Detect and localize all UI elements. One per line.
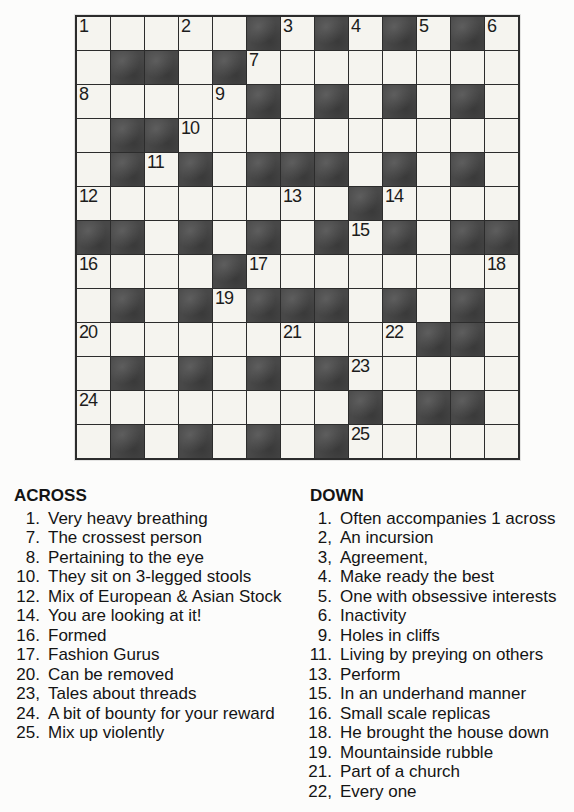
cell-r12c8[interactable] (315, 391, 348, 424)
clue-text: Fashion Gurus (48, 645, 160, 665)
down-clue-11: 11.Living by preying on others (306, 645, 556, 665)
block-cell-r13c2 (111, 425, 144, 458)
cell-r5c1[interactable] (77, 153, 110, 186)
clue-number: 23, (14, 684, 40, 704)
clue-number: 20. (14, 665, 40, 685)
cell-r1c7[interactable]: 3 (281, 17, 314, 50)
cell-r4c10[interactable] (383, 119, 416, 152)
cell-r1c1[interactable]: 1 (77, 17, 110, 50)
cell-r11c1[interactable] (77, 357, 110, 390)
cell-r11c11[interactable] (417, 357, 450, 390)
block-cell-r9c12 (451, 289, 484, 322)
cell-number-14: 14 (385, 187, 403, 206)
cell-r1c2[interactable] (111, 17, 144, 50)
cell-r12c5[interactable] (213, 391, 246, 424)
down-clue-4: 4.Make ready the best (306, 567, 556, 587)
crossword-page: 1234567891011121314151617181920212223242… (0, 0, 574, 812)
clue-number: 15. (306, 684, 332, 704)
block-cell-r9c7 (281, 289, 314, 322)
cell-r3c5[interactable]: 9 (213, 85, 246, 118)
cell-r12c1[interactable]: 24 (77, 391, 110, 424)
cell-r3c3[interactable] (145, 85, 178, 118)
cell-number-5: 5 (419, 17, 428, 36)
cell-r12c3[interactable] (145, 391, 178, 424)
cell-number-24: 24 (79, 391, 97, 410)
block-cell-r7c13 (485, 221, 518, 254)
cell-r6c13[interactable] (485, 187, 518, 220)
across-section: ACROSS 1.Very heavy breathing7.The cross… (14, 486, 281, 743)
cell-r2c8[interactable] (315, 51, 348, 84)
clue-number: 8. (14, 548, 40, 568)
cell-r4c13[interactable] (485, 119, 518, 152)
block-cell-r5c2 (111, 153, 144, 186)
cell-r5c5[interactable] (213, 153, 246, 186)
down-clue-9: 9.Holes in cliffs (306, 626, 556, 646)
cell-r8c10[interactable] (383, 255, 416, 288)
cell-number-25: 25 (351, 425, 369, 444)
clue-number: 16. (306, 704, 332, 724)
clue-text: He brought the house down (340, 723, 549, 743)
cell-r7c7[interactable] (281, 221, 314, 254)
cell-number-23: 23 (351, 357, 369, 376)
clue-number: 1. (306, 509, 332, 529)
clue-text: Living by preying on others (340, 645, 543, 665)
block-cell-r10c12 (451, 323, 484, 356)
cell-r3c4[interactable] (179, 85, 212, 118)
cell-r7c9[interactable]: 15 (349, 221, 382, 254)
block-cell-r7c4 (179, 221, 212, 254)
block-cell-r2c3 (145, 51, 178, 84)
cell-r10c7[interactable]: 21 (281, 323, 314, 356)
cell-r6c11[interactable] (417, 187, 450, 220)
cell-r13c7[interactable] (281, 425, 314, 458)
cell-r4c12[interactable] (451, 119, 484, 152)
cell-r5c9[interactable] (349, 153, 382, 186)
cell-r12c13[interactable] (485, 391, 518, 424)
across-clue-12: 12.Mix of European & Asian Stock (14, 587, 281, 607)
cell-number-18: 18 (487, 255, 505, 274)
down-section: DOWN 1.Often accompanies 1 across2,An in… (306, 486, 556, 801)
cell-r6c4[interactable] (179, 187, 212, 220)
cell-r2c10[interactable] (383, 51, 416, 84)
block-cell-r1c12 (451, 17, 484, 50)
clue-number: 13. (306, 665, 332, 685)
cell-r2c12[interactable] (451, 51, 484, 84)
cell-number-6: 6 (487, 17, 496, 36)
cell-r1c11[interactable]: 5 (417, 17, 450, 50)
block-cell-r1c10 (383, 17, 416, 50)
clue-number: 22, (306, 782, 332, 802)
block-cell-r6c9 (349, 187, 382, 220)
block-cell-r12c9 (349, 391, 382, 424)
clue-text: An incursion (340, 528, 434, 548)
cell-number-12: 12 (79, 187, 97, 206)
cell-r8c11[interactable] (417, 255, 450, 288)
down-clue-3: 3,Agreement, (306, 548, 556, 568)
cell-r13c9[interactable]: 25 (349, 425, 382, 458)
down-clue-1: 1.Often accompanies 1 across (306, 509, 556, 529)
cell-r3c9[interactable] (349, 85, 382, 118)
across-clue-14: 14.You are looking at it! (14, 606, 281, 626)
cell-r11c9[interactable]: 23 (349, 357, 382, 390)
clue-number: 4. (306, 567, 332, 587)
block-cell-r13c4 (179, 425, 212, 458)
across-header: ACROSS (14, 486, 281, 506)
block-cell-r7c8 (315, 221, 348, 254)
clue-number: 2, (306, 528, 332, 548)
clue-number: 1. (14, 509, 40, 529)
cell-r12c7[interactable] (281, 391, 314, 424)
block-cell-r11c2 (111, 357, 144, 390)
across-clue-1: 1.Very heavy breathing (14, 509, 281, 529)
cell-r11c7[interactable] (281, 357, 314, 390)
across-clue-23: 23,Tales about threads (14, 684, 281, 704)
block-cell-r12c11 (417, 391, 450, 424)
block-cell-r11c8 (315, 357, 348, 390)
cell-number-17: 17 (249, 255, 267, 274)
cell-r8c13[interactable]: 18 (485, 255, 518, 288)
clue-number: 11. (306, 645, 332, 665)
block-cell-r3c6 (247, 85, 280, 118)
clue-text: Mountainside rubble (340, 743, 493, 763)
cell-r3c7[interactable] (281, 85, 314, 118)
clue-text: Every one (340, 782, 417, 802)
clue-text: Mix up violently (48, 723, 164, 743)
cell-r4c8[interactable] (315, 119, 348, 152)
cell-r10c5[interactable] (213, 323, 246, 356)
cell-r1c3[interactable] (145, 17, 178, 50)
cell-r11c12[interactable] (451, 357, 484, 390)
down-clue-16: 16.Small scale replicas (306, 704, 556, 724)
block-cell-r3c12 (451, 85, 484, 118)
block-cell-r5c7 (281, 153, 314, 186)
across-clue-17: 17.Fashion Gurus (14, 645, 281, 665)
across-clue-7: 7.The crossest person (14, 528, 281, 548)
block-cell-r7c6 (247, 221, 280, 254)
cell-number-21: 21 (283, 323, 301, 342)
cell-r13c5[interactable] (213, 425, 246, 458)
cell-r13c12[interactable] (451, 425, 484, 458)
cell-r6c1[interactable]: 12 (77, 187, 110, 220)
across-clue-16: 16.Formed (14, 626, 281, 646)
block-cell-r7c12 (451, 221, 484, 254)
cell-number-11: 11 (147, 153, 164, 172)
block-cell-r2c5 (213, 51, 246, 84)
clue-number: 17. (14, 645, 40, 665)
block-cell-r3c10 (383, 85, 416, 118)
clue-text: They sit on 3-legged stools (48, 567, 251, 587)
cell-r12c2[interactable] (111, 391, 144, 424)
cell-r4c5[interactable] (213, 119, 246, 152)
block-cell-r12c12 (451, 391, 484, 424)
cell-number-22: 22 (385, 323, 403, 342)
cell-r2c11[interactable] (417, 51, 450, 84)
clue-number: 12. (14, 587, 40, 607)
cell-r9c1[interactable] (77, 289, 110, 322)
block-cell-r5c12 (451, 153, 484, 186)
cell-number-16: 16 (79, 255, 97, 274)
down-clue-22: 22,Every one (306, 782, 556, 802)
block-cell-r7c2 (111, 221, 144, 254)
cell-r10c9[interactable] (349, 323, 382, 356)
across-clue-24: 24.A bit of bounty for your reward (14, 704, 281, 724)
cell-r9c3[interactable] (145, 289, 178, 322)
across-clue-10: 10.They sit on 3-legged stools (14, 567, 281, 587)
block-cell-r11c4 (179, 357, 212, 390)
cell-r10c2[interactable] (111, 323, 144, 356)
block-cell-r9c10 (383, 289, 416, 322)
block-cell-r7c10 (383, 221, 416, 254)
down-clue-6: 6.Inactivity (306, 606, 556, 626)
down-header: DOWN (306, 486, 556, 506)
cell-r12c6[interactable] (247, 391, 280, 424)
clue-text: Perform (340, 665, 400, 685)
clue-text: Agreement, (340, 548, 428, 568)
cell-r13c11[interactable] (417, 425, 450, 458)
cell-r6c3[interactable] (145, 187, 178, 220)
cell-r3c1[interactable]: 8 (77, 85, 110, 118)
clue-number: 14. (14, 606, 40, 626)
clue-text: Holes in cliffs (340, 626, 440, 646)
clue-text: Very heavy breathing (48, 509, 208, 529)
cell-number-9: 9 (215, 85, 224, 104)
cell-r4c1[interactable] (77, 119, 110, 152)
clue-number: 5. (306, 587, 332, 607)
clue-text: Often accompanies 1 across (340, 509, 555, 529)
cell-r10c4[interactable] (179, 323, 212, 356)
cell-r4c11[interactable] (417, 119, 450, 152)
cell-r13c1[interactable] (77, 425, 110, 458)
across-clue-25: 25.Mix up violently (14, 723, 281, 743)
cell-r6c8[interactable] (315, 187, 348, 220)
block-cell-r9c8 (315, 289, 348, 322)
cell-r6c6[interactable] (247, 187, 280, 220)
clue-number: 24. (14, 704, 40, 724)
clue-number: 16. (14, 626, 40, 646)
clue-text: Formed (48, 626, 107, 646)
cell-r11c3[interactable] (145, 357, 178, 390)
cell-r6c12[interactable] (451, 187, 484, 220)
cell-number-13: 13 (283, 187, 301, 206)
across-clue-20: 20.Can be removed (14, 665, 281, 685)
cell-number-20: 20 (79, 323, 97, 342)
cell-number-10: 10 (181, 119, 199, 138)
cell-number-4: 4 (351, 17, 360, 36)
cell-r10c8[interactable] (315, 323, 348, 356)
down-clue-2: 2,An incursion (306, 528, 556, 548)
clue-number: 25. (14, 723, 40, 743)
cell-r12c10[interactable] (383, 391, 416, 424)
cell-r7c11[interactable] (417, 221, 450, 254)
cell-r7c3[interactable] (145, 221, 178, 254)
cell-r9c9[interactable] (349, 289, 382, 322)
clue-text: In an underhand manner (340, 684, 526, 704)
clue-text: A bit of bounty for your reward (48, 704, 275, 724)
down-clue-13: 13.Perform (306, 665, 556, 685)
block-cell-r4c2 (111, 119, 144, 152)
cell-r13c3[interactable] (145, 425, 178, 458)
cell-r2c1[interactable] (77, 51, 110, 84)
cell-r3c13[interactable] (485, 85, 518, 118)
clue-text: Mix of European & Asian Stock (48, 587, 281, 607)
down-list: 1.Often accompanies 1 across2,An incursi… (306, 509, 556, 802)
cell-r10c6[interactable] (247, 323, 280, 356)
clue-text: You are looking at it! (48, 606, 201, 626)
cell-r6c2[interactable] (111, 187, 144, 220)
cell-r1c4[interactable]: 2 (179, 17, 212, 50)
cell-r2c9[interactable] (349, 51, 382, 84)
block-cell-r7c1 (77, 221, 110, 254)
clue-number: 7. (14, 528, 40, 548)
cell-r1c9[interactable]: 4 (349, 17, 382, 50)
clue-number: 18. (306, 723, 332, 743)
clue-text: Can be removed (48, 665, 174, 685)
block-cell-r9c6 (247, 289, 280, 322)
cell-r6c7[interactable]: 13 (281, 187, 314, 220)
clue-text: The crossest person (48, 528, 202, 548)
cell-r8c9[interactable] (349, 255, 382, 288)
cell-r12c4[interactable] (179, 391, 212, 424)
cell-number-2: 2 (181, 17, 190, 36)
block-cell-r1c6 (247, 17, 280, 50)
clue-text: Inactivity (340, 606, 406, 626)
block-cell-r11c6 (247, 357, 280, 390)
cell-r5c3[interactable]: 11 (145, 153, 178, 186)
crossword-grid: 1234567891011121314151617181920212223242… (75, 15, 520, 460)
down-clue-18: 18.He brought the house down (306, 723, 556, 743)
across-clue-8: 8.Pertaining to the eye (14, 548, 281, 568)
clue-number: 21. (306, 762, 332, 782)
cell-r10c3[interactable] (145, 323, 178, 356)
cell-r2c7[interactable] (281, 51, 314, 84)
clue-text: Part of a church (340, 762, 460, 782)
clue-text: One with obsessive interests (340, 587, 556, 607)
clue-number: 10. (14, 567, 40, 587)
cell-r6c5[interactable] (213, 187, 246, 220)
cell-r10c13[interactable] (485, 323, 518, 356)
cell-r13c13[interactable] (485, 425, 518, 458)
down-clue-21: 21.Part of a church (306, 762, 556, 782)
block-cell-r13c6 (247, 425, 280, 458)
cell-r9c11[interactable] (417, 289, 450, 322)
cell-r1c5[interactable] (213, 17, 246, 50)
cell-number-3: 3 (283, 17, 292, 36)
cell-r7c5[interactable] (213, 221, 246, 254)
clue-text: Make ready the best (340, 567, 494, 587)
cell-r3c2[interactable] (111, 85, 144, 118)
block-cell-r5c6 (247, 153, 280, 186)
block-cell-r4c3 (145, 119, 178, 152)
cell-number-19: 19 (215, 289, 233, 308)
cell-r4c9[interactable] (349, 119, 382, 152)
cell-r8c2[interactable] (111, 255, 144, 288)
cell-r13c10[interactable] (383, 425, 416, 458)
clue-text: Pertaining to the eye (48, 548, 204, 568)
block-cell-r9c4 (179, 289, 212, 322)
cell-r2c4[interactable] (179, 51, 212, 84)
cell-r4c6[interactable] (247, 119, 280, 152)
cell-r4c4[interactable]: 10 (179, 119, 212, 152)
block-cell-r13c8 (315, 425, 348, 458)
clue-text: Small scale replicas (340, 704, 490, 724)
cell-r8c12[interactable] (451, 255, 484, 288)
block-cell-r5c10 (383, 153, 416, 186)
block-cell-r9c2 (111, 289, 144, 322)
block-cell-r2c2 (111, 51, 144, 84)
cell-r9c5[interactable]: 19 (213, 289, 246, 322)
clue-number: 9. (306, 626, 332, 646)
block-cell-r5c8 (315, 153, 348, 186)
cell-number-15: 15 (351, 221, 369, 240)
block-cell-r8c5 (213, 255, 246, 288)
down-clue-5: 5.One with obsessive interests (306, 587, 556, 607)
cell-r6c10[interactable]: 14 (383, 187, 416, 220)
cell-r8c3[interactable] (145, 255, 178, 288)
cell-r11c13[interactable] (485, 357, 518, 390)
clue-number: 3, (306, 548, 332, 568)
cell-r11c5[interactable] (213, 357, 246, 390)
cell-r8c8[interactable] (315, 255, 348, 288)
clue-number: 19. (306, 743, 332, 763)
block-cell-r10c11 (417, 323, 450, 356)
clue-number: 6. (306, 606, 332, 626)
down-clue-15: 15.In an underhand manner (306, 684, 556, 704)
cell-r4c7[interactable] (281, 119, 314, 152)
cell-number-1: 1 (79, 17, 88, 36)
cell-r2c13[interactable] (485, 51, 518, 84)
block-cell-r1c8 (315, 17, 348, 50)
cell-number-8: 8 (79, 85, 88, 104)
cell-r8c1[interactable]: 16 (77, 255, 110, 288)
cell-r9c13[interactable] (485, 289, 518, 322)
across-list: 1.Very heavy breathing7.The crossest per… (14, 509, 281, 743)
cell-r5c13[interactable] (485, 153, 518, 186)
cell-r10c1[interactable]: 20 (77, 323, 110, 356)
cell-r8c7[interactable] (281, 255, 314, 288)
clue-text: Tales about threads (48, 684, 196, 704)
cell-number-7: 7 (249, 51, 258, 70)
cell-r3c11[interactable] (417, 85, 450, 118)
cell-r1c13[interactable]: 6 (485, 17, 518, 50)
cell-r2c6[interactable]: 7 (247, 51, 280, 84)
cell-r8c4[interactable] (179, 255, 212, 288)
cell-r11c10[interactable] (383, 357, 416, 390)
down-clue-19: 19.Mountainside rubble (306, 743, 556, 763)
block-cell-r3c8 (315, 85, 348, 118)
cell-r10c10[interactable]: 22 (383, 323, 416, 356)
block-cell-r5c4 (179, 153, 212, 186)
cell-r5c11[interactable] (417, 153, 450, 186)
cell-r8c6[interactable]: 17 (247, 255, 280, 288)
